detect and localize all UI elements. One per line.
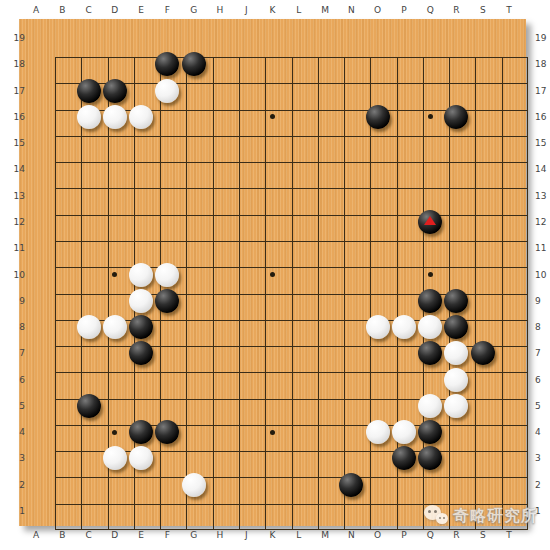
coordinate-label-column: A — [26, 4, 46, 16]
coordinate-label-column: M — [315, 4, 335, 16]
coordinate-label-row: 13 — [5, 190, 25, 202]
stone-white-D16 — [103, 105, 127, 129]
coordinate-label-column: R — [446, 4, 466, 16]
stone-black-N2 — [339, 473, 363, 497]
coordinate-label-column: F — [157, 529, 177, 541]
coordinate-label-column: L — [289, 4, 309, 16]
coordinate-label-row: 17 — [5, 85, 25, 97]
coordinate-label-column: C — [79, 529, 99, 541]
stone-white-E16 — [129, 105, 153, 129]
coordinate-label-row: 19 — [535, 32, 550, 44]
coordinate-label-column: T — [499, 4, 519, 16]
coordinate-label-column: F — [157, 4, 177, 16]
coordinate-label-row: 10 — [535, 269, 550, 281]
coordinate-label-column: P — [394, 4, 414, 16]
star-point — [270, 272, 275, 277]
coordinate-label-row: 13 — [535, 190, 550, 202]
coordinate-label-row: 3 — [5, 452, 25, 464]
coordinate-label-row: 18 — [5, 58, 25, 70]
coordinate-label-row: 16 — [535, 111, 550, 123]
coordinate-label-row: 9 — [535, 295, 550, 307]
stone-black-C17 — [77, 79, 101, 103]
coordinate-label-column: O — [368, 529, 388, 541]
coordinate-label-column: S — [473, 529, 493, 541]
coordinate-label-row: 17 — [535, 85, 550, 97]
stone-white-E9 — [129, 289, 153, 313]
go-diagram: AABBCCDDEEFFGGHHJJKKLLMMNNOOPPQQRRSSTT19… — [0, 0, 550, 550]
coordinate-label-column: B — [52, 4, 72, 16]
coordinate-label-row: 18 — [535, 58, 550, 70]
stone-white-P4 — [392, 420, 416, 444]
stone-white-G2 — [182, 473, 206, 497]
coordinate-label-column: H — [210, 529, 230, 541]
coordinate-label-column: Q — [420, 4, 440, 16]
coordinate-label-row: 5 — [535, 400, 550, 412]
coordinate-label-column: E — [131, 4, 151, 16]
star-point — [428, 272, 433, 277]
coordinate-label-row: 15 — [5, 137, 25, 149]
stone-white-E10 — [129, 263, 153, 287]
coordinate-label-column: M — [315, 529, 335, 541]
coordinate-label-row: 7 — [535, 347, 550, 359]
stone-white-O8 — [366, 315, 390, 339]
coordinate-label-row: 8 — [535, 321, 550, 333]
coordinate-label-column: K — [263, 529, 283, 541]
coordinate-label-row: 11 — [5, 242, 25, 254]
coordinate-label-row: 19 — [5, 32, 25, 44]
coordinate-label-column: J — [236, 529, 256, 541]
coordinate-label-row: 11 — [535, 242, 550, 254]
coordinate-label-row: 2 — [5, 479, 25, 491]
coordinate-label-column: G — [184, 4, 204, 16]
coordinate-label-row: 14 — [5, 163, 25, 175]
coordinate-label-row: 10 — [5, 269, 25, 281]
coordinate-label-row: 4 — [5, 426, 25, 438]
stone-black-G18 — [182, 52, 206, 76]
star-point — [270, 430, 275, 435]
stone-black-D17 — [103, 79, 127, 103]
stone-white-P8 — [392, 315, 416, 339]
coordinate-label-row: 12 — [5, 216, 25, 228]
coordinate-label-column: T — [499, 529, 519, 541]
coordinate-label-row: 15 — [535, 137, 550, 149]
coordinate-label-column: Q — [420, 529, 440, 541]
coordinate-label-row: 16 — [5, 111, 25, 123]
coordinate-label-column: B — [52, 529, 72, 541]
stone-white-O4 — [366, 420, 390, 444]
stone-white-R6 — [444, 368, 468, 392]
coordinate-label-column: H — [210, 4, 230, 16]
stone-black-O16 — [366, 105, 390, 129]
coordinate-label-row: 2 — [535, 479, 550, 491]
coordinate-label-row: 8 — [5, 321, 25, 333]
coordinate-label-column: N — [341, 529, 361, 541]
stone-white-F10 — [155, 263, 179, 287]
stone-black-E8 — [129, 315, 153, 339]
coordinate-label-row: 6 — [5, 374, 25, 386]
stone-black-S7 — [471, 341, 495, 365]
coordinate-label-column: O — [368, 4, 388, 16]
coordinate-label-column: G — [184, 529, 204, 541]
coordinate-label-column: P — [394, 529, 414, 541]
coordinate-label-column: A — [26, 529, 46, 541]
coordinate-label-row: 14 — [535, 163, 550, 175]
stone-white-C16 — [77, 105, 101, 129]
stone-black-Q9 — [418, 289, 442, 313]
coordinate-label-row: 6 — [535, 374, 550, 386]
stone-white-Q5 — [418, 394, 442, 418]
coordinate-label-column: N — [341, 4, 361, 16]
stone-white-F17 — [155, 79, 179, 103]
coordinate-label-column: D — [105, 4, 125, 16]
coordinate-label-row: 1 — [535, 505, 550, 517]
coordinate-label-row: 1 — [5, 505, 25, 517]
coordinate-label-row: 3 — [535, 452, 550, 464]
stone-black-C5 — [77, 394, 101, 418]
coordinate-label-row: 12 — [535, 216, 550, 228]
last-move-triangle-marker — [424, 216, 436, 225]
coordinate-label-column: K — [263, 4, 283, 16]
coordinate-label-row: 5 — [5, 400, 25, 412]
coordinate-label-column: L — [289, 529, 309, 541]
coordinate-label-column: J — [236, 4, 256, 16]
coordinate-label-column: D — [105, 529, 125, 541]
coordinate-label-column: R — [446, 529, 466, 541]
coordinate-label-row: 4 — [535, 426, 550, 438]
coordinate-label-column: E — [131, 529, 151, 541]
stone-white-C8 — [77, 315, 101, 339]
coordinate-label-row: 7 — [5, 347, 25, 359]
stone-black-Q12 — [418, 210, 442, 234]
coordinate-label-row: 9 — [5, 295, 25, 307]
coordinate-label-column: C — [79, 4, 99, 16]
coordinate-label-column: S — [473, 4, 493, 16]
stone-white-D8 — [103, 315, 127, 339]
